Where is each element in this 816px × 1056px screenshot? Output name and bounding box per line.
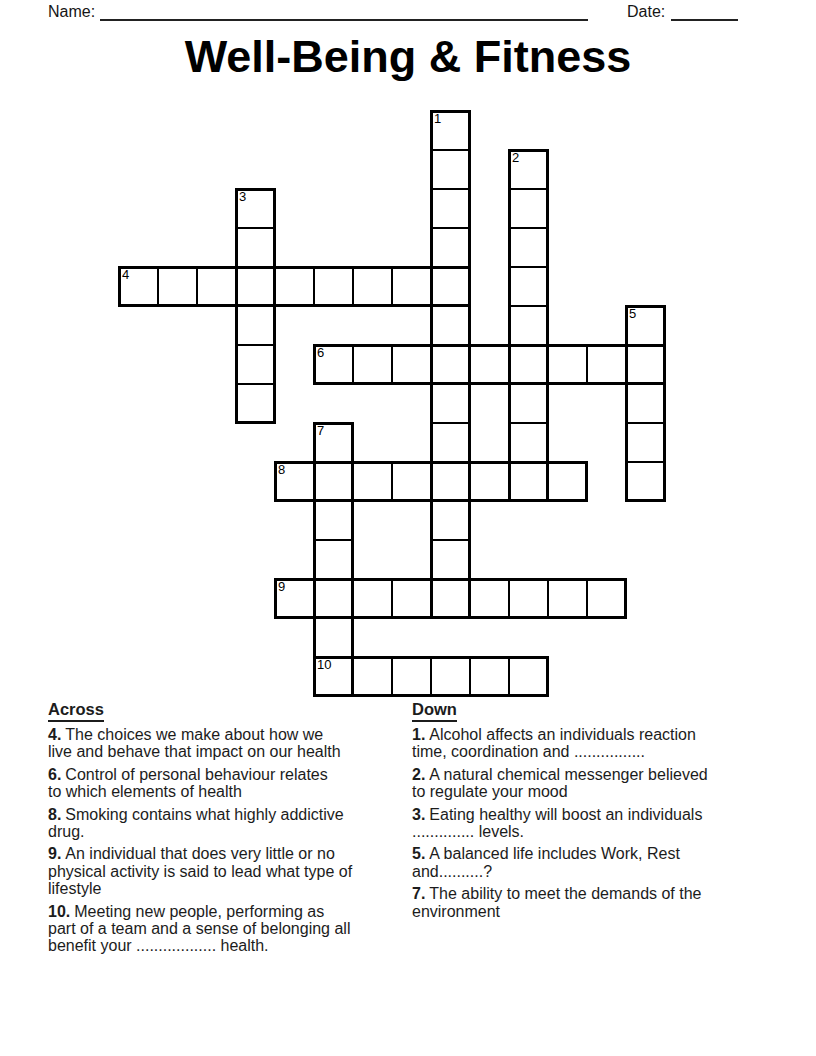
grid-cell[interactable] [508, 461, 549, 502]
grid-cell[interactable] [430, 422, 471, 463]
clue-number: 2. [412, 766, 425, 783]
clue-across-10: 10.Meeting new people, performing as par… [48, 903, 433, 955]
clue-down-5: 5.A balanced life includes Work, Rest an… [412, 845, 774, 880]
clue-text: A balanced life includes Work, Rest and.… [412, 845, 680, 879]
grid-cell[interactable] [469, 461, 510, 502]
cell-number-1: 1 [434, 112, 441, 126]
grid-cell[interactable] [274, 266, 315, 307]
grid-cell[interactable] [625, 461, 666, 502]
grid-cell[interactable] [547, 578, 588, 619]
grid-cell[interactable] [196, 266, 237, 307]
cell-number-7: 7 [317, 424, 324, 438]
worksheet-page: Name: Date: Well-Being & Fitness 1234567… [0, 0, 816, 1056]
grid-cell[interactable] [391, 266, 432, 307]
grid-cell[interactable] [352, 656, 393, 697]
clue-down-1: 1.Alcohol affects an individuals reactio… [412, 726, 774, 761]
clue-number: 7. [412, 885, 425, 902]
crossword-grid: 12345678910 [118, 110, 666, 697]
grid-cell[interactable] [391, 656, 432, 697]
grid-cell[interactable] [430, 578, 471, 619]
across-clues-column: Across 4.The choices we make about how w… [48, 700, 433, 960]
grid-cell[interactable] [625, 422, 666, 463]
grid-cell[interactable] [157, 266, 198, 307]
clue-down-7: 7.The ability to meet the demands of the… [412, 885, 774, 920]
cell-number-9: 9 [278, 580, 285, 594]
grid-cell[interactable] [625, 383, 666, 424]
clue-across-4: 4.The choices we make about how we live … [48, 726, 433, 761]
clue-number: 4. [48, 726, 61, 743]
grid-cell[interactable] [508, 305, 549, 346]
grid-cell[interactable] [313, 266, 354, 307]
clue-number: 3. [412, 806, 425, 823]
grid-cell[interactable] [508, 656, 549, 697]
clue-text: A natural chemical messenger believed to… [412, 766, 708, 800]
grid-cell[interactable] [430, 188, 471, 229]
grid-cell[interactable] [430, 344, 471, 385]
clue-number: 1. [412, 726, 425, 743]
grid-cell[interactable] [430, 227, 471, 268]
grid-cell[interactable] [391, 578, 432, 619]
grid-cell[interactable] [235, 227, 276, 268]
cell-number-6: 6 [317, 346, 324, 360]
clue-text: The ability to meet the demands of the e… [412, 885, 702, 919]
cell-number-3: 3 [239, 190, 246, 204]
grid-cell[interactable] [508, 422, 549, 463]
grid-cell[interactable] [235, 305, 276, 346]
grid-cell[interactable] [352, 578, 393, 619]
name-label: Name: [48, 3, 95, 21]
grid-cell[interactable] [508, 578, 549, 619]
grid-cell[interactable] [313, 539, 354, 580]
cell-number-10: 10 [317, 658, 331, 672]
grid-cell[interactable] [430, 500, 471, 541]
cell-number-4: 4 [122, 268, 129, 282]
clue-text: Eating healthy will boost an individuals… [412, 806, 702, 840]
name-blank-line [100, 2, 588, 21]
grid-cell[interactable] [430, 656, 471, 697]
clue-number: 10. [48, 903, 70, 920]
grid-cell[interactable] [313, 461, 354, 502]
grid-cell[interactable] [586, 344, 627, 385]
grid-cell[interactable] [352, 266, 393, 307]
grid-cell[interactable] [508, 188, 549, 229]
grid-cell[interactable] [625, 344, 666, 385]
clue-across-8: 8.Smoking contains what highly addictive… [48, 806, 433, 841]
clue-text: Smoking contains what highly addictive d… [48, 806, 344, 840]
grid-cell[interactable] [352, 461, 393, 502]
cell-number-2: 2 [512, 151, 519, 165]
grid-cell[interactable] [391, 344, 432, 385]
clue-text: Control of personal behaviour relates to… [48, 766, 328, 800]
grid-cell[interactable] [235, 344, 276, 385]
grid-cell[interactable] [508, 266, 549, 307]
clue-number: 5. [412, 845, 425, 862]
grid-cell[interactable] [313, 500, 354, 541]
grid-cell[interactable] [430, 383, 471, 424]
clue-across-9: 9.An individual that does very little or… [48, 845, 433, 897]
grid-cell[interactable] [430, 305, 471, 346]
across-header: Across [48, 700, 104, 722]
grid-cell[interactable] [586, 578, 627, 619]
clue-number: 8. [48, 806, 61, 823]
clue-text: Alcohol affects an individuals reaction … [412, 726, 696, 760]
grid-cell[interactable] [469, 656, 510, 697]
cell-number-8: 8 [278, 463, 285, 477]
grid-cell[interactable] [508, 383, 549, 424]
page-title: Well-Being & Fitness [0, 30, 816, 84]
grid-cell[interactable] [547, 344, 588, 385]
grid-cell[interactable] [430, 266, 471, 307]
date-blank-line [671, 2, 738, 21]
down-clues-column: Down 1.Alcohol affects an individuals re… [412, 700, 774, 925]
cell-number-5: 5 [629, 307, 636, 321]
date-label: Date: [627, 3, 665, 21]
grid-cell[interactable] [430, 461, 471, 502]
clue-down-2: 2.A natural chemical messenger believed … [412, 766, 774, 801]
grid-cell[interactable] [391, 461, 432, 502]
clue-down-3: 3.Eating healthy will boost an individua… [412, 806, 774, 841]
grid-cell[interactable] [235, 383, 276, 424]
clue-number: 6. [48, 766, 61, 783]
clue-across-6: 6.Control of personal behaviour relates … [48, 766, 433, 801]
clue-text: Meeting new people, performing as part o… [48, 903, 350, 955]
clue-text: An individual that does very little or n… [48, 845, 352, 897]
grid-cell[interactable] [313, 578, 354, 619]
grid-cell[interactable] [508, 227, 549, 268]
grid-cell[interactable] [430, 539, 471, 580]
grid-cell[interactable] [352, 344, 393, 385]
grid-cell[interactable] [235, 266, 276, 307]
down-header: Down [412, 700, 457, 722]
grid-cell[interactable] [430, 149, 471, 190]
clue-text: The choices we make about how we live an… [48, 726, 341, 760]
grid-cell[interactable] [313, 617, 354, 658]
grid-cell[interactable] [547, 461, 588, 502]
grid-cell[interactable] [469, 344, 510, 385]
grid-cell[interactable] [469, 578, 510, 619]
clue-number: 9. [48, 845, 61, 862]
grid-cell[interactable] [508, 344, 549, 385]
